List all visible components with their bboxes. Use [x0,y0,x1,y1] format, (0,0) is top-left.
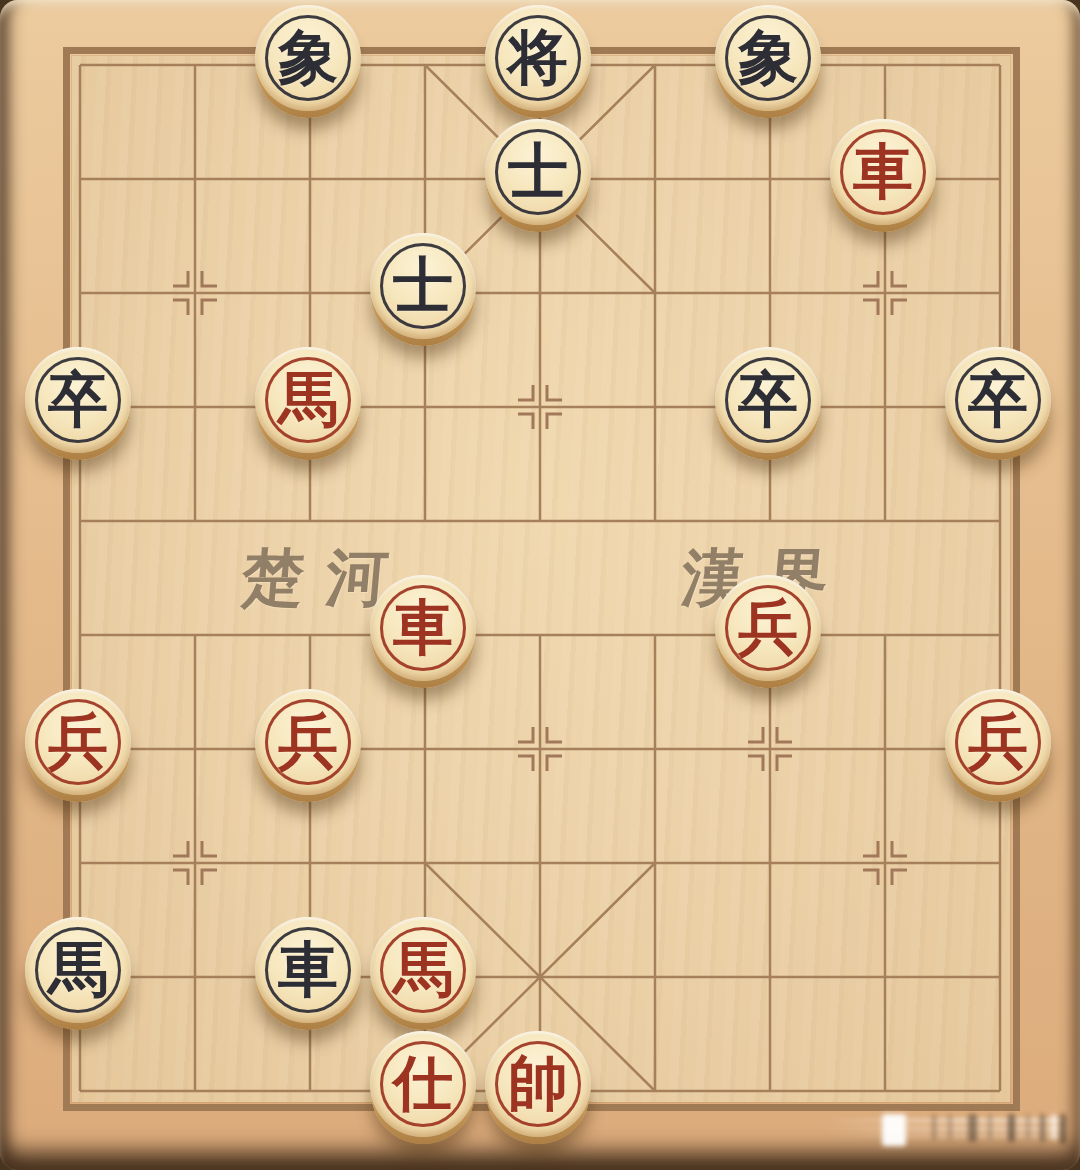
piece-face: 仕 [370,1031,476,1137]
piece-glyph: 兵 [715,575,821,681]
piece-face: 兵 [25,689,131,795]
piece-face: 士 [370,233,476,339]
piece-face: 卒 [25,347,131,453]
piece-glyph: 卒 [945,347,1051,453]
piece-glyph: 帥 [485,1031,591,1137]
piece-glyph: 馬 [255,347,361,453]
piece-face: 卒 [945,347,1051,453]
piece-face: 馬 [255,347,361,453]
piece-black-soldier[interactable]: 卒 [945,347,1051,453]
piece-glyph: 象 [255,5,361,111]
pieces-layer: 象将象士車士卒馬卒卒車兵兵兵兵馬車馬仕帥 [0,0,1080,1170]
piece-face: 象 [715,5,821,111]
piece-black-general[interactable]: 将 [485,5,591,111]
piece-glyph: 象 [715,5,821,111]
piece-face: 兵 [255,689,361,795]
piece-glyph: 車 [255,917,361,1023]
piece-face: 兵 [715,575,821,681]
piece-face: 士 [485,119,591,225]
piece-glyph: 士 [485,119,591,225]
piece-face: 車 [370,575,476,681]
piece-black-advisor[interactable]: 士 [370,233,476,339]
piece-face: 車 [830,119,936,225]
piece-glyph: 将 [485,5,591,111]
piece-red-chariot[interactable]: 車 [830,119,936,225]
piece-red-chariot[interactable]: 車 [370,575,476,681]
piece-black-horse[interactable]: 馬 [25,917,131,1023]
piece-glyph: 兵 [25,689,131,795]
piece-face: 車 [255,917,361,1023]
piece-red-general[interactable]: 帥 [485,1031,591,1137]
piece-face: 将 [485,5,591,111]
piece-glyph: 仕 [370,1031,476,1137]
piece-glyph: 車 [830,119,936,225]
piece-red-soldier[interactable]: 兵 [715,575,821,681]
piece-glyph: 士 [370,233,476,339]
piece-face: 馬 [25,917,131,1023]
piece-black-soldier[interactable]: 卒 [25,347,131,453]
piece-face: 象 [255,5,361,111]
piece-face: 帥 [485,1031,591,1137]
piece-glyph: 馬 [370,917,476,1023]
piece-glyph: 兵 [945,689,1051,795]
piece-black-chariot[interactable]: 車 [255,917,361,1023]
piece-glyph: 兵 [255,689,361,795]
piece-red-advisor[interactable]: 仕 [370,1031,476,1137]
piece-red-soldier[interactable]: 兵 [25,689,131,795]
piece-red-soldier[interactable]: 兵 [255,689,361,795]
piece-face: 卒 [715,347,821,453]
piece-black-advisor[interactable]: 士 [485,119,591,225]
piece-face: 馬 [370,917,476,1023]
piece-glyph: 卒 [25,347,131,453]
piece-glyph: 卒 [715,347,821,453]
piece-black-elephant[interactable]: 象 [255,5,361,111]
piece-glyph: 車 [370,575,476,681]
app-background: { "game": "xiangqi", "position": { "fen"… [0,0,1080,1170]
piece-black-soldier[interactable]: 卒 [715,347,821,453]
piece-face: 兵 [945,689,1051,795]
piece-black-elephant[interactable]: 象 [715,5,821,111]
piece-glyph: 馬 [25,917,131,1023]
piece-red-horse[interactable]: 馬 [255,347,361,453]
piece-red-soldier[interactable]: 兵 [945,689,1051,795]
piece-red-horse[interactable]: 馬 [370,917,476,1023]
